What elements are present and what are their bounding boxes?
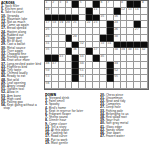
cell-number: 47 <box>52 62 56 65</box>
down-clue-list-1: 1. Steeped drink2. Faint smell3. Spooky4… <box>45 97 96 145</box>
grid-cell <box>121 75 128 82</box>
cell-number: 46 <box>46 62 50 65</box>
grid-cell <box>141 82 148 89</box>
grid-cell <box>114 82 121 89</box>
clue-item: 56. Kept going without a stop <box>1 104 43 110</box>
cell-number: 32 <box>80 42 84 45</box>
cell-number: 23 <box>94 21 98 24</box>
grid-cell: 21 <box>72 21 79 28</box>
cell-number: 45 <box>100 55 104 58</box>
black-cell <box>86 8 93 15</box>
grid-cell <box>127 75 134 82</box>
grid-cell <box>127 62 134 69</box>
grid-cell <box>79 15 86 22</box>
grid-cell <box>127 55 134 62</box>
cell-number: 37 <box>94 48 98 51</box>
grid-cell <box>93 69 100 76</box>
cell-number: 34 <box>107 42 111 45</box>
grid-cell: 23 <box>93 21 100 28</box>
grid-cell <box>127 69 134 76</box>
grid-cell: 4 <box>66 1 73 8</box>
cell-number: 35 <box>46 48 50 51</box>
grid-cell <box>127 28 134 35</box>
grid-cell <box>79 21 86 28</box>
grid-cell <box>127 82 134 89</box>
grid-cell <box>52 75 59 82</box>
grid-cell: 18 <box>52 21 59 28</box>
grid-cell: 39 <box>121 48 128 55</box>
grid-cell <box>134 35 141 42</box>
crossword-grid: 1234567891011121314151617181920212223242… <box>44 0 149 90</box>
grid-cell <box>86 75 93 82</box>
cell-number: 1 <box>46 1 48 4</box>
grid-cell <box>52 69 59 76</box>
grid-cell <box>134 62 141 69</box>
black-cell <box>66 35 73 42</box>
cell-number: 13 <box>128 8 132 11</box>
grid-cell: 42 <box>141 48 148 55</box>
cell-number: 28 <box>46 35 50 38</box>
grid-cell <box>86 42 93 49</box>
grid-cell <box>141 69 148 76</box>
grid-cell <box>107 55 114 62</box>
grid-cell <box>127 15 134 22</box>
grid-cell <box>86 55 93 62</box>
cell-number: 50 <box>46 69 50 72</box>
across-clue-column: ACROSS 1. Sock filler5. Kitchen pest6. T… <box>1 1 43 150</box>
grid-cell <box>107 82 114 89</box>
across-clue-list: 1. Sock filler5. Kitchen pest6. Take to … <box>1 5 43 111</box>
cell-number: 52 <box>114 69 118 72</box>
cell-number: 42 <box>142 48 146 51</box>
cell-number: 22 <box>87 21 91 24</box>
cell-number: 30 <box>114 35 118 38</box>
clue-item: 47. Frozen water <box>100 135 149 138</box>
grid-cell: 14 <box>134 8 141 15</box>
grid-cell <box>141 35 148 42</box>
cell-number: 49 <box>114 62 118 65</box>
grid-cell <box>121 21 128 28</box>
grid-cell <box>134 75 141 82</box>
grid-cell <box>121 62 128 69</box>
grid-cell <box>114 1 121 8</box>
down-clue-column-1: DOWN 1. Steeped drink2. Faint smell3. Sp… <box>45 93 97 150</box>
grid-cell: 19 <box>59 21 66 28</box>
cell-number: 27 <box>135 28 139 31</box>
cell-number: 48 <box>80 62 84 65</box>
grid-cell <box>52 35 59 42</box>
cell-number: 43 <box>59 55 63 58</box>
black-cell <box>93 55 100 62</box>
black-cell <box>72 1 79 8</box>
grid-cell <box>93 28 100 35</box>
grid-cell <box>141 55 148 62</box>
down-clue-list-2: 20. Chess piece21. Uncommon22. Neat and … <box>100 93 149 138</box>
down-clue-column-2: 20. Chess piece21. Uncommon22. Neat and … <box>100 93 150 150</box>
grid-cell <box>121 69 128 76</box>
cell-number: 9 <box>142 1 144 4</box>
grid-cell <box>86 69 93 76</box>
cell-number: 20 <box>66 21 70 24</box>
cell-number: 3 <box>59 1 61 4</box>
grid-cell <box>134 82 141 89</box>
grid-cell <box>107 15 114 22</box>
black-cell <box>86 48 93 55</box>
grid-cell: 43 <box>59 55 66 62</box>
grid-cell: 41 <box>134 48 141 55</box>
cell-number: 54 <box>80 75 84 78</box>
grid-cell: 36 <box>72 48 79 55</box>
black-cell <box>107 28 114 35</box>
grid-cell <box>134 15 141 22</box>
cell-number: 51 <box>80 69 84 72</box>
grid-cell <box>141 8 148 15</box>
grid-cell <box>93 82 100 89</box>
grid-cell <box>100 21 107 28</box>
grid-cell: 30 <box>114 35 121 42</box>
clue-item: 19. Most gentle <box>45 141 96 144</box>
black-cell <box>72 55 79 62</box>
cell-number: 16 <box>114 15 118 18</box>
cell-number: 15 <box>100 15 104 18</box>
grid-cell: 27 <box>134 28 141 35</box>
grid-cell <box>52 82 59 89</box>
cell-number: 29 <box>73 35 77 38</box>
cell-number: 7 <box>107 1 109 4</box>
grid-cell <box>66 42 73 49</box>
grid-cell <box>134 69 141 76</box>
cell-number: 38 <box>114 48 118 51</box>
cell-number: 55 <box>114 75 118 78</box>
grid-cell <box>100 69 107 76</box>
cell-number: 33 <box>100 42 104 45</box>
grid-cell <box>141 21 148 28</box>
grid-cell <box>121 35 128 42</box>
grid-cell <box>141 62 148 69</box>
grid-cell <box>93 35 100 42</box>
black-cell <box>72 75 79 82</box>
cell-number: 2 <box>52 1 54 4</box>
grid-cell <box>66 8 73 15</box>
grid-cell <box>121 82 128 89</box>
grid-cell: 29 <box>72 35 79 42</box>
grid-cell <box>86 35 93 42</box>
grid-cell <box>59 69 66 76</box>
black-cell <box>107 69 114 76</box>
grid-cell <box>59 42 66 49</box>
grid-cell <box>141 75 148 82</box>
grid-cell <box>59 75 66 82</box>
cell-number: 26 <box>114 28 118 31</box>
grid-cell <box>59 28 66 35</box>
grid-cell: 3 <box>59 1 66 8</box>
grid-cell <box>93 75 100 82</box>
grid-cell <box>141 28 148 35</box>
black-cell <box>72 62 79 69</box>
grid-cell <box>121 55 128 62</box>
grid-cell: 6 <box>100 1 107 8</box>
cell-number: 25 <box>46 28 50 31</box>
grid-cell: 20 <box>66 21 73 28</box>
grid-cell: 15 <box>100 15 107 22</box>
grid-cell <box>93 62 100 69</box>
grid-cell <box>66 75 73 82</box>
black-cell <box>107 62 114 69</box>
grid-cell: 22 <box>86 21 93 28</box>
cell-number: 18 <box>52 21 56 24</box>
grid-cell <box>59 35 66 42</box>
cell-number: 11 <box>94 8 98 11</box>
grid-cell <box>86 82 93 89</box>
grid-cell <box>100 75 107 82</box>
grid-cell <box>121 28 128 35</box>
grid-cell <box>100 62 107 69</box>
cell-number: 5 <box>80 1 82 4</box>
grid-cell: 7 <box>107 1 114 8</box>
grid-cell <box>72 82 79 89</box>
grid-cell <box>52 8 59 15</box>
grid-cell: 9 <box>141 1 148 8</box>
grid-cell: 35 <box>45 48 52 55</box>
grid-cell: 2 <box>52 1 59 8</box>
grid-cell <box>59 82 66 89</box>
grid-cell <box>66 55 73 62</box>
grid-cell <box>66 28 73 35</box>
grid-cell <box>52 28 59 35</box>
cell-number: 36 <box>73 48 77 51</box>
black-cell <box>66 48 73 55</box>
grid-cell <box>100 28 107 35</box>
grid-cell: 47 <box>52 62 59 69</box>
cell-number: 19 <box>59 21 63 24</box>
grid-cell <box>107 8 114 15</box>
crossword-puzzle-page: { "game": "crossword", "title_across": "… <box>0 0 150 150</box>
cell-number: 14 <box>135 8 139 11</box>
grid-cell: 38 <box>114 48 121 55</box>
grid-cell <box>52 48 59 55</box>
grid-cell: 56 <box>45 82 52 89</box>
grid-cell: 45 <box>100 55 107 62</box>
grid-cell: 54 <box>79 75 86 82</box>
grid-cell: 11 <box>93 8 100 15</box>
grid-cell <box>86 1 93 8</box>
cell-number: 41 <box>135 48 139 51</box>
cell-number: 39 <box>121 48 125 51</box>
cell-number: 31 <box>46 42 50 45</box>
cell-number: 53 <box>46 75 50 78</box>
cell-number: 44 <box>80 55 84 58</box>
grid-cell: 5 <box>79 1 86 8</box>
grid-cell <box>66 69 73 76</box>
grid-cell: 33 <box>100 42 107 49</box>
grid-cell: 12 <box>121 8 128 15</box>
black-cell <box>107 21 114 28</box>
cell-number: 40 <box>128 48 132 51</box>
grid-cell <box>107 48 114 55</box>
grid-cell <box>52 42 59 49</box>
grid-cell <box>79 8 86 15</box>
cell-number: 4 <box>66 1 68 4</box>
grid-cell: 40 <box>127 48 134 55</box>
grid-cell <box>134 55 141 62</box>
grid-cell <box>86 28 93 35</box>
grid-cell: 37 <box>93 48 100 55</box>
cell-number: 24 <box>114 21 118 24</box>
cell-number: 21 <box>73 21 77 24</box>
grid-cell <box>121 15 128 22</box>
grid-cell: 10 <box>45 8 52 15</box>
grid-cell <box>127 21 134 28</box>
cell-number: 6 <box>100 1 102 4</box>
grid-cell <box>100 82 107 89</box>
grid-cell <box>127 35 134 42</box>
grid-cell <box>79 28 86 35</box>
grid-cell: 32 <box>79 42 86 49</box>
grid-cell <box>59 62 66 69</box>
grid-cell <box>79 82 86 89</box>
grid-cell <box>86 62 93 69</box>
cell-number: 10 <box>46 8 50 11</box>
grid-cell: 55 <box>114 75 121 82</box>
grid-cell: 34 <box>107 42 114 49</box>
cell-number: 8 <box>121 1 123 4</box>
black-cell <box>107 75 114 82</box>
grid-cell <box>66 82 73 89</box>
grid-cell <box>66 62 73 69</box>
cell-number: 17 <box>46 21 50 24</box>
cell-number: 56 <box>46 82 50 85</box>
grid-cell <box>72 8 79 15</box>
grid-cell <box>141 15 148 22</box>
cell-number: 12 <box>121 8 125 11</box>
black-cell <box>72 69 79 76</box>
grid-cell <box>59 8 66 15</box>
grid-cell: 13 <box>127 8 134 15</box>
